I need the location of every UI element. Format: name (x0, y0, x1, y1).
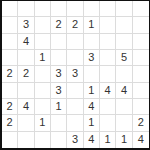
empty-cell-r4c1[interactable] (2, 50, 18, 66)
empty-cell-r8c8[interactable] (116, 115, 132, 131)
empty-cell-r9c2[interactable] (18, 132, 34, 148)
clue-cell-r6c8: 4 (116, 83, 132, 99)
empty-cell-r7c5[interactable] (67, 99, 83, 115)
clue-cell-r6c7: 4 (100, 83, 116, 99)
empty-cell-r6c5[interactable] (67, 83, 83, 99)
clue-cell-r5c5: 3 (67, 66, 83, 82)
empty-cell-r9c3[interactable] (35, 132, 51, 148)
empty-cell-r7c3[interactable] (35, 99, 51, 115)
clue-cell-r7c6: 4 (84, 99, 100, 115)
empty-cell-r4c7[interactable] (100, 50, 116, 66)
empty-cell-r1c1[interactable] (2, 1, 18, 17)
empty-cell-r4c4[interactable] (51, 50, 67, 66)
empty-cell-r8c5[interactable] (67, 115, 83, 131)
clue-cell-r2c6: 1 (84, 17, 100, 33)
empty-cell-r1c2[interactable] (18, 1, 34, 17)
clue-cell-r5c1: 2 (2, 66, 18, 82)
empty-cell-r9c1[interactable] (2, 132, 18, 148)
clue-cell-r8c6: 1 (84, 115, 100, 131)
empty-cell-r1c8[interactable] (116, 1, 132, 17)
empty-cell-r3c5[interactable] (67, 34, 83, 50)
empty-cell-r6c3[interactable] (35, 83, 51, 99)
empty-cell-r7c8[interactable] (116, 99, 132, 115)
clue-cell-r8c3: 1 (35, 115, 51, 131)
empty-cell-r5c6[interactable] (84, 66, 100, 82)
empty-cell-r2c8[interactable] (116, 17, 132, 33)
empty-cell-r4c9[interactable] (133, 50, 149, 66)
empty-cell-r3c6[interactable] (84, 34, 100, 50)
puzzle-board: 32214135223331442414211234114 (0, 0, 150, 150)
clue-cell-r7c2: 4 (18, 99, 34, 115)
empty-cell-r7c7[interactable] (100, 99, 116, 115)
clue-cell-r4c8: 5 (116, 50, 132, 66)
clue-cell-r9c8: 1 (116, 132, 132, 148)
clue-cell-r9c6: 4 (84, 132, 100, 148)
empty-cell-r8c2[interactable] (18, 115, 34, 131)
empty-cell-r4c5[interactable] (67, 50, 83, 66)
clue-cell-r2c2: 3 (18, 17, 34, 33)
empty-cell-r1c3[interactable] (35, 1, 51, 17)
clue-cell-r7c1: 2 (2, 99, 18, 115)
empty-cell-r3c4[interactable] (51, 34, 67, 50)
clue-cell-r5c4: 3 (51, 66, 67, 82)
empty-cell-r2c7[interactable] (100, 17, 116, 33)
empty-cell-r6c1[interactable] (2, 83, 18, 99)
empty-cell-r3c1[interactable] (2, 34, 18, 50)
clue-cell-r4c6: 3 (84, 50, 100, 66)
empty-cell-r1c4[interactable] (51, 1, 67, 17)
clue-cell-r9c9: 4 (133, 132, 149, 148)
clue-cell-r4c3: 1 (35, 50, 51, 66)
empty-cell-r6c2[interactable] (18, 83, 34, 99)
empty-cell-r5c9[interactable] (133, 66, 149, 82)
empty-cell-r1c7[interactable] (100, 1, 116, 17)
empty-cell-r2c1[interactable] (2, 17, 18, 33)
clue-cell-r6c6: 1 (84, 83, 100, 99)
empty-cell-r6c9[interactable] (133, 83, 149, 99)
empty-cell-r4c2[interactable] (18, 50, 34, 66)
clue-cell-r9c5: 3 (67, 132, 83, 148)
empty-cell-r7c9[interactable] (133, 99, 149, 115)
empty-cell-r2c9[interactable] (133, 17, 149, 33)
empty-cell-r5c7[interactable] (100, 66, 116, 82)
empty-cell-r3c8[interactable] (116, 34, 132, 50)
empty-cell-r2c3[interactable] (35, 17, 51, 33)
clue-cell-r8c9: 2 (133, 115, 149, 131)
empty-cell-r9c4[interactable] (51, 132, 67, 148)
clue-cell-r2c5: 2 (67, 17, 83, 33)
empty-cell-r8c7[interactable] (100, 115, 116, 131)
clue-cell-r2c4: 2 (51, 17, 67, 33)
clue-cell-r5c2: 2 (18, 66, 34, 82)
empty-cell-r5c8[interactable] (116, 66, 132, 82)
clue-cell-r9c7: 1 (100, 132, 116, 148)
empty-cell-r5c3[interactable] (35, 66, 51, 82)
empty-cell-r3c9[interactable] (133, 34, 149, 50)
empty-cell-r1c5[interactable] (67, 1, 83, 17)
empty-cell-r3c3[interactable] (35, 34, 51, 50)
empty-cell-r1c6[interactable] (84, 1, 100, 17)
empty-cell-r8c4[interactable] (51, 115, 67, 131)
clue-cell-r6c4: 3 (51, 83, 67, 99)
clue-cell-r3c2: 4 (18, 34, 34, 50)
clue-cell-r8c1: 2 (2, 115, 18, 131)
empty-cell-r3c7[interactable] (100, 34, 116, 50)
empty-cell-r1c9[interactable] (133, 1, 149, 17)
clue-cell-r7c4: 1 (51, 99, 67, 115)
